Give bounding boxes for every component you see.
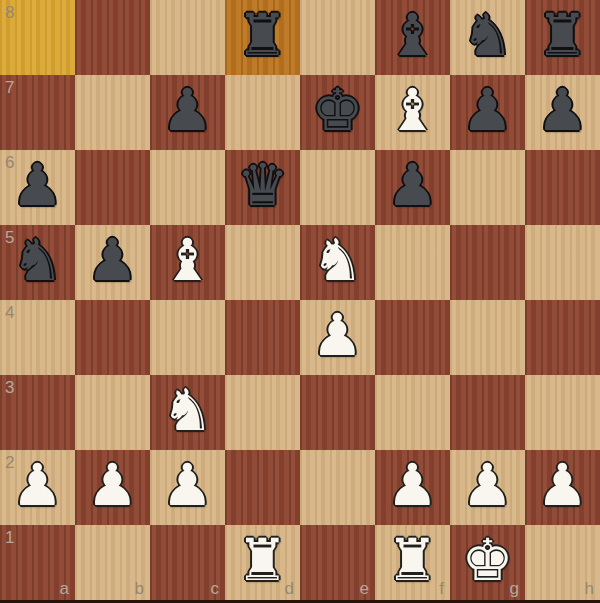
file-label-a: a [60, 580, 69, 597]
file-label-c: c [211, 580, 220, 597]
piece-black-rook-d8[interactable]: ♜ [237, 6, 289, 64]
piece-white-pawn-a2[interactable]: ♟ [12, 456, 64, 514]
piece-black-rook-h8[interactable]: ♜ [537, 6, 589, 64]
piece-white-rook-f1[interactable]: ♜ [387, 531, 439, 589]
square-b6[interactable] [75, 150, 150, 225]
square-b3[interactable] [75, 375, 150, 450]
square-g3[interactable] [450, 375, 525, 450]
square-a1[interactable]: 1a [0, 525, 75, 600]
piece-black-pawn-h7[interactable]: ♟ [537, 81, 589, 139]
square-h1[interactable]: h [525, 525, 600, 600]
piece-black-king-e7[interactable]: ♚ [312, 81, 364, 139]
square-a3[interactable]: 3 [0, 375, 75, 450]
chess-app-stage: 8♜♝♞♜7♟♚♝♟♟♟6♛♟♞5♟♝♞4♟3♞♟2♟♟♟♟♟1abc♜de♜f… [0, 0, 600, 603]
square-g5[interactable] [450, 225, 525, 300]
square-c3[interactable]: ♞ [150, 375, 225, 450]
square-g4[interactable] [450, 300, 525, 375]
square-g6[interactable] [450, 150, 525, 225]
piece-white-pawn-b2[interactable]: ♟ [87, 456, 139, 514]
square-b2[interactable]: ♟ [75, 450, 150, 525]
piece-white-knight-e5[interactable]: ♞ [312, 231, 364, 289]
square-d3[interactable] [225, 375, 300, 450]
rank-label-7: 7 [5, 79, 14, 96]
square-h6[interactable] [525, 150, 600, 225]
square-g8[interactable]: ♞ [450, 0, 525, 75]
piece-white-pawn-f2[interactable]: ♟ [387, 456, 439, 514]
piece-black-pawn-a6[interactable]: ♟ [12, 156, 64, 214]
square-b7[interactable] [75, 75, 150, 150]
chess-board: 8♜♝♞♜7♟♚♝♟♟♟6♛♟♞5♟♝♞4♟3♞♟2♟♟♟♟♟1abc♜de♜f… [0, 0, 600, 600]
rank-label-8: 8 [5, 4, 14, 21]
square-d5[interactable] [225, 225, 300, 300]
rank-label-3: 3 [5, 379, 14, 396]
piece-white-pawn-h2[interactable]: ♟ [537, 456, 589, 514]
square-h4[interactable] [525, 300, 600, 375]
square-c6[interactable] [150, 150, 225, 225]
file-label-f: f [439, 580, 444, 597]
piece-white-pawn-e4[interactable]: ♟ [312, 306, 364, 364]
piece-white-rook-d1[interactable]: ♜ [237, 531, 289, 589]
square-a6[interactable]: ♟6 [0, 150, 75, 225]
square-d7[interactable] [225, 75, 300, 150]
square-g7[interactable]: ♟ [450, 75, 525, 150]
square-g1[interactable]: ♚g [450, 525, 525, 600]
piece-white-pawn-g2[interactable]: ♟ [462, 456, 514, 514]
square-e5[interactable]: ♞ [300, 225, 375, 300]
square-g2[interactable]: ♟ [450, 450, 525, 525]
square-a5[interactable]: ♞5 [0, 225, 75, 300]
rank-label-1: 1 [5, 529, 14, 546]
square-c2[interactable]: ♟ [150, 450, 225, 525]
piece-black-knight-a5[interactable]: ♞ [12, 231, 64, 289]
square-h8[interactable]: ♜ [525, 0, 600, 75]
piece-white-bishop-f7[interactable]: ♝ [387, 81, 439, 139]
file-label-h: h [585, 580, 594, 597]
square-h7[interactable]: ♟ [525, 75, 600, 150]
rank-label-4: 4 [5, 304, 14, 321]
square-e3[interactable] [300, 375, 375, 450]
square-h5[interactable] [525, 225, 600, 300]
square-a8[interactable]: 8 [0, 0, 75, 75]
square-b8[interactable] [75, 0, 150, 75]
square-h2[interactable]: ♟ [525, 450, 600, 525]
file-label-b: b [135, 580, 144, 597]
square-f3[interactable] [375, 375, 450, 450]
square-b5[interactable]: ♟ [75, 225, 150, 300]
piece-black-queen-d6[interactable]: ♛ [237, 156, 289, 214]
square-a7[interactable]: 7 [0, 75, 75, 150]
piece-black-pawn-b5[interactable]: ♟ [87, 231, 139, 289]
square-h3[interactable] [525, 375, 600, 450]
square-e1[interactable]: e [300, 525, 375, 600]
piece-black-pawn-f6[interactable]: ♟ [387, 156, 439, 214]
square-d6[interactable]: ♛ [225, 150, 300, 225]
piece-black-bishop-f8[interactable]: ♝ [387, 6, 439, 64]
square-f8[interactable]: ♝ [375, 0, 450, 75]
square-d4[interactable] [225, 300, 300, 375]
square-c7[interactable]: ♟ [150, 75, 225, 150]
square-d8[interactable]: ♜ [225, 0, 300, 75]
square-f7[interactable]: ♝ [375, 75, 450, 150]
square-d2[interactable] [225, 450, 300, 525]
square-e4[interactable]: ♟ [300, 300, 375, 375]
square-e6[interactable] [300, 150, 375, 225]
square-a4[interactable]: 4 [0, 300, 75, 375]
piece-white-pawn-c2[interactable]: ♟ [162, 456, 214, 514]
square-a2[interactable]: ♟2 [0, 450, 75, 525]
square-c4[interactable] [150, 300, 225, 375]
square-c1[interactable]: c [150, 525, 225, 600]
square-f4[interactable] [375, 300, 450, 375]
piece-black-pawn-c7[interactable]: ♟ [162, 81, 214, 139]
square-b4[interactable] [75, 300, 150, 375]
square-d1[interactable]: ♜d [225, 525, 300, 600]
square-f2[interactable]: ♟ [375, 450, 450, 525]
piece-white-knight-c3[interactable]: ♞ [162, 381, 214, 439]
square-b1[interactable]: b [75, 525, 150, 600]
square-e7[interactable]: ♚ [300, 75, 375, 150]
piece-white-bishop-c5[interactable]: ♝ [162, 231, 214, 289]
piece-white-king-g1[interactable]: ♚ [462, 531, 514, 589]
piece-black-pawn-g7[interactable]: ♟ [462, 81, 514, 139]
square-c8[interactable] [150, 0, 225, 75]
square-e2[interactable] [300, 450, 375, 525]
square-f1[interactable]: ♜f [375, 525, 450, 600]
piece-black-knight-g8[interactable]: ♞ [462, 6, 514, 64]
square-e8[interactable] [300, 0, 375, 75]
file-label-e: e [360, 580, 369, 597]
square-f5[interactable] [375, 225, 450, 300]
square-c5[interactable]: ♝ [150, 225, 225, 300]
square-f6[interactable]: ♟ [375, 150, 450, 225]
